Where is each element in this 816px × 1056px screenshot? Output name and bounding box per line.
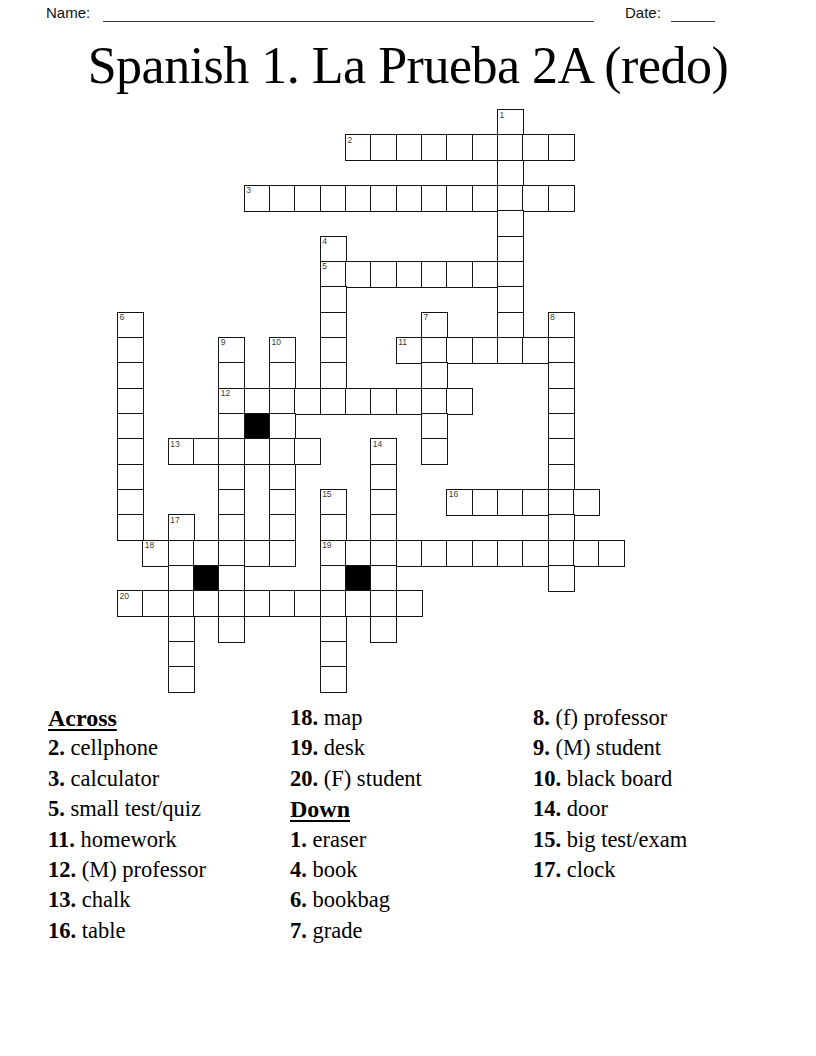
- grid-cell[interactable]: [269, 388, 296, 415]
- grid-cell[interactable]: [548, 362, 575, 389]
- cell-number: 10: [271, 338, 280, 347]
- grid-cell[interactable]: [269, 185, 296, 212]
- clue-3: 3. calculator: [48, 764, 290, 794]
- clue-heading-across: Across: [48, 703, 290, 733]
- clue-number: 7.: [290, 918, 307, 943]
- clue-10: 10. black board: [533, 764, 775, 794]
- grid-cell[interactable]: [370, 388, 397, 415]
- grid-cell[interactable]: [446, 134, 473, 161]
- clue-heading-down: Down: [290, 794, 532, 824]
- grid-cell[interactable]: [294, 388, 321, 415]
- grid-cell[interactable]: [269, 590, 296, 617]
- cell-number: 5: [322, 262, 327, 271]
- cell-number: 4: [322, 237, 327, 246]
- grid-cell[interactable]: [421, 134, 448, 161]
- puzzle-title: Spanish 1. La Prueba 2A (redo): [0, 36, 816, 95]
- grid-cell[interactable]: [168, 540, 195, 567]
- clue-20: 20. (F) student: [290, 764, 532, 794]
- clue-number: 17.: [533, 857, 561, 882]
- grid-cell[interactable]: [573, 489, 600, 516]
- grid-cell[interactable]: 14: [370, 438, 397, 465]
- grid-cell[interactable]: [320, 666, 347, 693]
- grid-cell[interactable]: [345, 388, 372, 415]
- clue-9: 9. (M) student: [533, 733, 775, 763]
- grid-cell[interactable]: [168, 616, 195, 643]
- grid-cell[interactable]: [244, 590, 271, 617]
- cell-number: 11: [398, 338, 407, 347]
- clue-1: 1. eraser: [290, 825, 532, 855]
- grid-cell[interactable]: [168, 590, 195, 617]
- grid-cell[interactable]: [168, 641, 195, 668]
- black-cell: [193, 565, 220, 592]
- grid-cell[interactable]: [320, 641, 347, 668]
- grid-cell[interactable]: [396, 540, 423, 567]
- grid-cell[interactable]: [472, 261, 499, 288]
- grid-cell[interactable]: [522, 134, 549, 161]
- grid-cell[interactable]: [218, 565, 245, 592]
- grid-cell[interactable]: [370, 565, 397, 592]
- grid-cell[interactable]: [472, 337, 499, 364]
- grid-cell[interactable]: [218, 464, 245, 491]
- grid-cell[interactable]: [320, 565, 347, 592]
- grid-cell[interactable]: [421, 540, 448, 567]
- clue-number: 5.: [48, 796, 65, 821]
- grid-cell[interactable]: [294, 438, 321, 465]
- grid-cell[interactable]: 8: [548, 312, 575, 339]
- grid-cell[interactable]: 9: [218, 337, 245, 364]
- grid-cell[interactable]: [522, 540, 549, 567]
- grid-cell[interactable]: [522, 337, 549, 364]
- grid-cell[interactable]: [294, 590, 321, 617]
- grid-cell[interactable]: [269, 489, 296, 516]
- grid-cell[interactable]: [320, 362, 347, 389]
- grid-cell[interactable]: [269, 413, 296, 440]
- grid-cell[interactable]: [421, 413, 448, 440]
- grid-cell[interactable]: [421, 185, 448, 212]
- name-label: Name:: [46, 4, 90, 21]
- grid-cell[interactable]: [497, 134, 524, 161]
- grid-cell[interactable]: [370, 261, 397, 288]
- grid-cell[interactable]: 1: [497, 109, 524, 136]
- cell-number: 18: [145, 541, 154, 550]
- grid-cell[interactable]: [548, 514, 575, 541]
- grid-cell[interactable]: [117, 388, 144, 415]
- clue-5: 5. small test/quiz: [48, 794, 290, 824]
- cell-number: 2: [347, 136, 352, 145]
- grid-cell[interactable]: [168, 666, 195, 693]
- grid-cell[interactable]: [345, 540, 372, 567]
- grid-cell[interactable]: [370, 590, 397, 617]
- grid-cell[interactable]: [218, 413, 245, 440]
- grid-cell[interactable]: [117, 413, 144, 440]
- grid-cell[interactable]: [472, 134, 499, 161]
- grid-cell[interactable]: 16: [446, 489, 473, 516]
- clue-14: 14. door: [533, 794, 775, 824]
- grid-cell[interactable]: [548, 337, 575, 364]
- clue-7: 7. grade: [290, 916, 532, 946]
- grid-cell[interactable]: 2: [345, 134, 372, 161]
- clue-4: 4. book: [290, 855, 532, 885]
- clue-6: 6. bookbag: [290, 885, 532, 915]
- clue-8: 8. (f) professor: [533, 703, 775, 733]
- grid-cell[interactable]: [421, 438, 448, 465]
- grid-cell[interactable]: [370, 134, 397, 161]
- grid-cell[interactable]: [244, 438, 271, 465]
- grid-cell[interactable]: [421, 362, 448, 389]
- clue-16: 16. table: [48, 916, 290, 946]
- name-input-line[interactable]: [103, 21, 594, 22]
- cell-number: 20: [120, 592, 129, 601]
- grid-cell[interactable]: [472, 489, 499, 516]
- grid-cell[interactable]: 18: [142, 540, 169, 567]
- grid-cell[interactable]: [345, 590, 372, 617]
- grid-cell[interactable]: [117, 464, 144, 491]
- grid-cell[interactable]: [193, 540, 220, 567]
- grid-cell[interactable]: [269, 514, 296, 541]
- grid-cell[interactable]: [370, 464, 397, 491]
- grid-cell[interactable]: 4: [320, 236, 347, 263]
- grid-cell[interactable]: [497, 337, 524, 364]
- grid-cell[interactable]: [421, 337, 448, 364]
- grid-cell[interactable]: [269, 438, 296, 465]
- grid-cell[interactable]: 13: [168, 438, 195, 465]
- grid-cell[interactable]: [218, 438, 245, 465]
- grid-cell[interactable]: [497, 540, 524, 567]
- grid-cell[interactable]: [193, 438, 220, 465]
- date-label: Date:: [625, 4, 661, 21]
- grid-cell[interactable]: [345, 261, 372, 288]
- clue-15: 15. big test/exam: [533, 825, 775, 855]
- grid-cell[interactable]: [320, 286, 347, 313]
- grid-cell[interactable]: [269, 540, 296, 567]
- grid-cell[interactable]: [396, 590, 423, 617]
- clue-number: 16.: [48, 918, 76, 943]
- grid-cell[interactable]: [396, 261, 423, 288]
- grid-cell[interactable]: [320, 616, 347, 643]
- grid-cell[interactable]: [548, 185, 575, 212]
- grid-cell[interactable]: [497, 160, 524, 187]
- clue-column-3: 8. (f) professor9. (M) student10. black …: [533, 703, 775, 885]
- grid-cell[interactable]: [497, 261, 524, 288]
- cell-number: 8: [550, 313, 555, 322]
- date-input-line[interactable]: [671, 21, 715, 22]
- clue-number: 19.: [290, 735, 318, 760]
- cell-number: 15: [322, 490, 331, 499]
- grid-cell[interactable]: [548, 565, 575, 592]
- grid-cell[interactable]: [446, 337, 473, 364]
- clue-19: 19. desk: [290, 733, 532, 763]
- grid-cell[interactable]: [370, 489, 397, 516]
- grid-cell[interactable]: [320, 337, 347, 364]
- grid-cell[interactable]: 20: [117, 590, 144, 617]
- grid-cell[interactable]: [497, 210, 524, 237]
- clue-18: 18. map: [290, 703, 532, 733]
- cell-number: 3: [246, 186, 251, 195]
- grid-cell[interactable]: [497, 312, 524, 339]
- grid-cell[interactable]: [244, 540, 271, 567]
- clue-number: 4.: [290, 857, 307, 882]
- grid-cell[interactable]: [117, 514, 144, 541]
- grid-cell[interactable]: [497, 489, 524, 516]
- black-cell: [345, 565, 372, 592]
- grid-cell[interactable]: [446, 540, 473, 567]
- grid-cell[interactable]: 12: [218, 388, 245, 415]
- grid-cell[interactable]: [345, 185, 372, 212]
- grid-cell[interactable]: [598, 540, 625, 567]
- grid-cell[interactable]: [446, 261, 473, 288]
- grid-cell[interactable]: [472, 185, 499, 212]
- clue-12: 12. (M) professor: [48, 855, 290, 885]
- grid-cell[interactable]: [548, 438, 575, 465]
- grid-cell[interactable]: [396, 185, 423, 212]
- grid-cell[interactable]: 11: [396, 337, 423, 364]
- grid-cell[interactable]: [320, 514, 347, 541]
- clue-number: 12.: [48, 857, 76, 882]
- grid-cell[interactable]: [218, 540, 245, 567]
- grid-cell[interactable]: [193, 590, 220, 617]
- grid-cell[interactable]: [548, 134, 575, 161]
- grid-cell[interactable]: [320, 312, 347, 339]
- cell-number: 9: [221, 338, 226, 347]
- cell-number: 12: [221, 389, 230, 398]
- grid-cell[interactable]: [548, 540, 575, 567]
- clue-number: 10.: [533, 766, 561, 791]
- grid-cell[interactable]: [269, 464, 296, 491]
- clue-column-1: Across2. cellphone3. calculator5. small …: [48, 703, 290, 946]
- clue-11: 11. homework: [48, 825, 290, 855]
- clue-number: 18.: [290, 705, 318, 730]
- cell-number: 6: [120, 313, 125, 322]
- clue-number: 2.: [48, 735, 65, 760]
- grid-cell[interactable]: [522, 185, 549, 212]
- grid-cell[interactable]: [396, 388, 423, 415]
- grid-cell[interactable]: 10: [269, 337, 296, 364]
- grid-cell[interactable]: [548, 464, 575, 491]
- grid-cell[interactable]: [320, 388, 347, 415]
- grid-cell[interactable]: [522, 489, 549, 516]
- grid-cell[interactable]: [117, 489, 144, 516]
- cell-number: 7: [423, 313, 428, 322]
- grid-cell[interactable]: [446, 388, 473, 415]
- grid-cell[interactable]: [320, 185, 347, 212]
- grid-cell[interactable]: [421, 388, 448, 415]
- cell-number: 19: [322, 541, 331, 550]
- grid-cell[interactable]: [497, 185, 524, 212]
- clue-number: 15.: [533, 827, 561, 852]
- grid-cell[interactable]: [218, 489, 245, 516]
- clue-number: 13.: [48, 887, 76, 912]
- cell-number: 16: [449, 490, 458, 499]
- black-cell: [244, 413, 271, 440]
- clue-2: 2. cellphone: [48, 733, 290, 763]
- grid-cell[interactable]: [117, 362, 144, 389]
- grid-cell[interactable]: [472, 540, 499, 567]
- cell-number: 14: [373, 440, 382, 449]
- clue-number: 3.: [48, 766, 65, 791]
- grid-cell[interactable]: [370, 185, 397, 212]
- grid-cell[interactable]: [396, 134, 423, 161]
- grid-cell[interactable]: [294, 185, 321, 212]
- grid-cell[interactable]: 5: [320, 261, 347, 288]
- grid-cell[interactable]: [117, 438, 144, 465]
- grid-cell[interactable]: 17: [168, 514, 195, 541]
- grid-cell[interactable]: [548, 413, 575, 440]
- grid-cell[interactable]: [573, 540, 600, 567]
- grid-cell[interactable]: [244, 388, 271, 415]
- cell-number: 13: [170, 440, 179, 449]
- grid-cell[interactable]: [370, 616, 397, 643]
- grid-cell[interactable]: [117, 337, 144, 364]
- grid-cell[interactable]: 7: [421, 312, 448, 339]
- grid-cell[interactable]: 3: [244, 185, 271, 212]
- grid-cell[interactable]: [218, 590, 245, 617]
- clue-number: 6.: [290, 887, 307, 912]
- clue-number: 1.: [290, 827, 307, 852]
- grid-cell[interactable]: [548, 489, 575, 516]
- grid-cell[interactable]: [320, 590, 347, 617]
- grid-cell[interactable]: [421, 261, 448, 288]
- grid-cell[interactable]: [218, 514, 245, 541]
- grid-cell[interactable]: [168, 565, 195, 592]
- grid-cell[interactable]: [370, 514, 397, 541]
- worksheet-page: Name: Date: Spanish 1. La Prueba 2A (red…: [0, 0, 816, 1056]
- cell-number: 17: [170, 516, 179, 525]
- grid-cell[interactable]: [269, 362, 296, 389]
- clue-number: 8.: [533, 705, 550, 730]
- grid-cell[interactable]: [142, 590, 169, 617]
- grid-cell[interactable]: 15: [320, 489, 347, 516]
- grid-cell[interactable]: [370, 540, 397, 567]
- grid-cell[interactable]: [218, 362, 245, 389]
- grid-cell[interactable]: [218, 616, 245, 643]
- clue-17: 17. clock: [533, 855, 775, 885]
- clue-number: 9.: [533, 735, 550, 760]
- cell-number: 1: [499, 111, 504, 120]
- clue-number: 11.: [48, 827, 75, 852]
- clue-13: 13. chalk: [48, 885, 290, 915]
- grid-cell[interactable]: [497, 236, 524, 263]
- grid-cell[interactable]: [548, 388, 575, 415]
- clue-number: 20.: [290, 766, 318, 791]
- grid-cell[interactable]: [497, 286, 524, 313]
- clue-number: 14.: [533, 796, 561, 821]
- clue-column-2: 18. map19. desk20. (F) studentDown1. era…: [290, 703, 532, 946]
- grid-cell[interactable]: 6: [117, 312, 144, 339]
- grid-cell[interactable]: 19: [320, 540, 347, 567]
- grid-cell[interactable]: [446, 185, 473, 212]
